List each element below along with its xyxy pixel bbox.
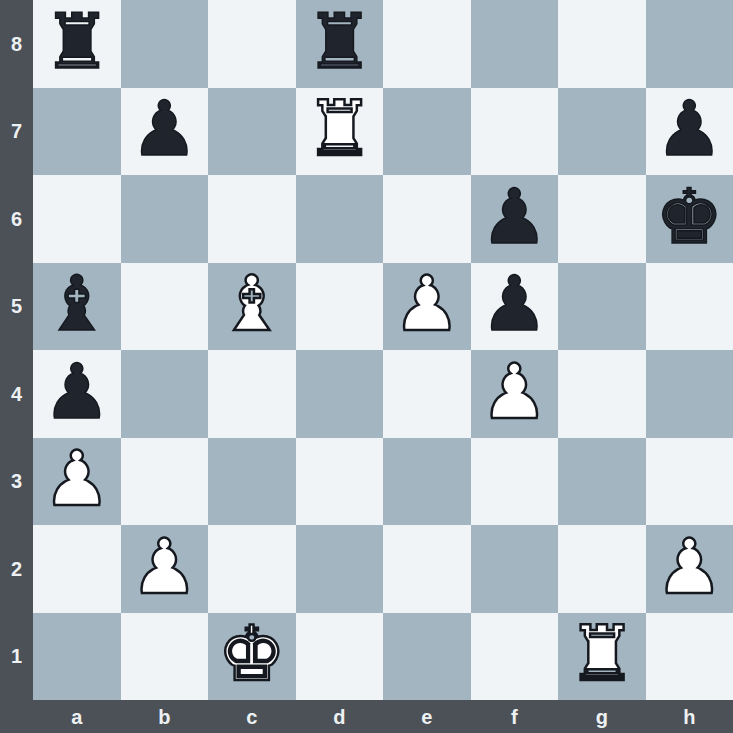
square-c6[interactable] [208, 175, 296, 263]
rank-label-6: 6 [0, 175, 33, 263]
square-c7[interactable] [208, 88, 296, 176]
square-f7[interactable] [471, 88, 559, 176]
rank-label-4: 4 [0, 350, 33, 438]
square-e3[interactable] [383, 438, 471, 526]
square-g2[interactable] [558, 525, 646, 613]
square-d3[interactable] [296, 438, 384, 526]
square-b4[interactable] [121, 350, 209, 438]
square-a7[interactable] [33, 88, 121, 176]
white-bishop-c5: ♝ [218, 266, 286, 342]
chess-diagram: 87654321 ♜♜♟♜♟♟♚♝♝♟♟♟♟♟♟♟♚♜ abcdefgh [0, 0, 733, 733]
file-label-c: c [208, 700, 296, 733]
square-a3[interactable]: ♟ [33, 438, 121, 526]
white-pawn-h2: ♟ [655, 529, 723, 605]
square-g8[interactable] [558, 0, 646, 88]
square-c1[interactable]: ♚ [208, 613, 296, 701]
square-b5[interactable] [121, 263, 209, 351]
black-pawn-a4: ♟ [43, 354, 111, 430]
file-labels: abcdefgh [33, 700, 733, 733]
black-pawn-f5: ♟ [480, 266, 548, 342]
board: ♜♜♟♜♟♟♚♝♝♟♟♟♟♟♟♟♚♜ [33, 0, 733, 700]
square-a5[interactable]: ♝ [33, 263, 121, 351]
square-b1[interactable] [121, 613, 209, 701]
black-pawn-f6: ♟ [480, 179, 548, 255]
black-bishop-a5: ♝ [43, 266, 111, 342]
rank-label-7: 7 [0, 88, 33, 176]
black-rook-a8: ♜ [43, 4, 111, 80]
square-d2[interactable] [296, 525, 384, 613]
rank-labels: 87654321 [0, 0, 33, 700]
rank-label-5: 5 [0, 263, 33, 351]
rank-label-1: 1 [0, 613, 33, 701]
square-g5[interactable] [558, 263, 646, 351]
square-b7[interactable]: ♟ [121, 88, 209, 176]
white-pawn-f4: ♟ [480, 354, 548, 430]
square-h7[interactable]: ♟ [646, 88, 733, 176]
file-label-h: h [646, 700, 733, 733]
white-rook-d7: ♜ [305, 91, 373, 167]
square-b8[interactable] [121, 0, 209, 88]
square-f3[interactable] [471, 438, 559, 526]
white-king-c1: ♚ [218, 616, 286, 692]
file-label-d: d [296, 700, 384, 733]
square-c8[interactable] [208, 0, 296, 88]
file-label-f: f [471, 700, 559, 733]
file-label-g: g [558, 700, 646, 733]
rank-label-3: 3 [0, 438, 33, 526]
square-g6[interactable] [558, 175, 646, 263]
square-e2[interactable] [383, 525, 471, 613]
square-a2[interactable] [33, 525, 121, 613]
square-e7[interactable] [383, 88, 471, 176]
square-c5[interactable]: ♝ [208, 263, 296, 351]
black-king-h6: ♚ [655, 179, 723, 255]
square-f1[interactable] [471, 613, 559, 701]
square-d4[interactable] [296, 350, 384, 438]
square-a1[interactable] [33, 613, 121, 701]
square-e8[interactable] [383, 0, 471, 88]
square-h1[interactable] [646, 613, 733, 701]
square-b6[interactable] [121, 175, 209, 263]
square-d7[interactable]: ♜ [296, 88, 384, 176]
file-label-b: b [121, 700, 209, 733]
square-h5[interactable] [646, 263, 733, 351]
square-f2[interactable] [471, 525, 559, 613]
square-c2[interactable] [208, 525, 296, 613]
square-e1[interactable] [383, 613, 471, 701]
square-f4[interactable]: ♟ [471, 350, 559, 438]
square-b2[interactable]: ♟ [121, 525, 209, 613]
square-h6[interactable]: ♚ [646, 175, 733, 263]
rank-label-8: 8 [0, 0, 33, 88]
square-f8[interactable] [471, 0, 559, 88]
square-h2[interactable]: ♟ [646, 525, 733, 613]
rank-label-2: 2 [0, 525, 33, 613]
square-c3[interactable] [208, 438, 296, 526]
white-pawn-e5: ♟ [393, 266, 461, 342]
black-pawn-h7: ♟ [655, 91, 723, 167]
square-d8[interactable]: ♜ [296, 0, 384, 88]
black-pawn-b7: ♟ [130, 91, 198, 167]
square-d6[interactable] [296, 175, 384, 263]
square-e4[interactable] [383, 350, 471, 438]
square-d1[interactable] [296, 613, 384, 701]
white-pawn-a3: ♟ [43, 441, 111, 517]
square-g7[interactable] [558, 88, 646, 176]
white-rook-g1: ♜ [568, 616, 636, 692]
square-g4[interactable] [558, 350, 646, 438]
black-rook-d8: ♜ [305, 4, 373, 80]
square-a4[interactable]: ♟ [33, 350, 121, 438]
square-e6[interactable] [383, 175, 471, 263]
square-a8[interactable]: ♜ [33, 0, 121, 88]
white-pawn-b2: ♟ [130, 529, 198, 605]
square-a6[interactable] [33, 175, 121, 263]
square-h3[interactable] [646, 438, 733, 526]
square-d5[interactable] [296, 263, 384, 351]
square-g3[interactable] [558, 438, 646, 526]
square-b3[interactable] [121, 438, 209, 526]
square-g1[interactable]: ♜ [558, 613, 646, 701]
file-label-a: a [33, 700, 121, 733]
square-h8[interactable] [646, 0, 733, 88]
square-h4[interactable] [646, 350, 733, 438]
square-e5[interactable]: ♟ [383, 263, 471, 351]
square-f6[interactable]: ♟ [471, 175, 559, 263]
square-f5[interactable]: ♟ [471, 263, 559, 351]
square-c4[interactable] [208, 350, 296, 438]
file-label-e: e [383, 700, 471, 733]
